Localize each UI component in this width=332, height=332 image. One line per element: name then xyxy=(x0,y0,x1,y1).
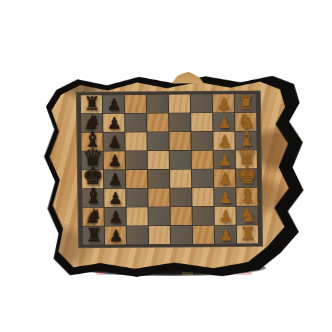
piece-black-pawn: ♟ xyxy=(107,135,121,151)
square xyxy=(149,207,170,225)
piece-black-pawn: ♟ xyxy=(106,97,120,113)
square xyxy=(126,189,147,207)
piece-white-pawn: ♟ xyxy=(216,96,230,112)
piece-white-pawn: ♟ xyxy=(217,115,231,131)
piece-white-pawn: ♟ xyxy=(217,153,231,169)
piece-white-pawn: ♟ xyxy=(218,228,232,244)
square: ♟ xyxy=(104,170,125,188)
square: ♟ xyxy=(214,150,235,168)
square: ♟ xyxy=(214,169,235,187)
piece-black-pawn: ♟ xyxy=(108,210,122,226)
square: ♟ xyxy=(105,226,126,244)
piece-white-pawn: ♟ xyxy=(217,171,231,187)
square: ♟ xyxy=(213,113,234,131)
square: ♟ xyxy=(103,95,124,113)
square: ♟ xyxy=(214,188,235,206)
square: ♟ xyxy=(105,208,126,226)
square xyxy=(193,226,214,244)
square: ♟ xyxy=(104,189,125,207)
piece-white-rook: ♜ xyxy=(239,224,256,243)
piece-black-pawn: ♟ xyxy=(107,172,121,188)
piece-white-pawn: ♟ xyxy=(218,209,232,225)
square: ♟ xyxy=(215,207,236,225)
square xyxy=(193,207,214,225)
square xyxy=(192,188,213,206)
square: ♟ xyxy=(104,151,125,169)
chess-board-3d: ♜♟♟♜♞♟♟♞♝♟♟♝♛♟♟♛♚♟♟♚♝♟♟♝♞♟♟♞♜♟♟♜ xyxy=(44,76,293,272)
square: ♟ xyxy=(213,132,234,150)
piece-black-pawn: ♟ xyxy=(107,153,121,169)
square xyxy=(127,226,148,244)
square xyxy=(170,188,191,206)
piece-black-rook: ♜ xyxy=(85,225,102,244)
square xyxy=(191,94,212,112)
square: ♟ xyxy=(103,114,124,132)
square xyxy=(148,188,169,206)
square: ♟ xyxy=(215,225,236,243)
square: ♟ xyxy=(213,94,234,112)
square: ♜ xyxy=(83,226,104,244)
piece-white-pawn: ♟ xyxy=(217,134,231,150)
square xyxy=(171,226,192,244)
square: ♜ xyxy=(237,225,258,243)
square xyxy=(169,132,190,150)
square xyxy=(147,132,168,150)
square xyxy=(125,95,146,113)
branch-stub xyxy=(171,71,203,84)
square xyxy=(149,226,170,244)
product-photo: ♜♟♟♜♞♟♟♞♝♟♟♝♛♟♟♛♚♟♟♚♝♟♟♝♞♟♟♞♜♟♟♜ xyxy=(0,0,332,332)
square: ♟ xyxy=(103,132,124,150)
square xyxy=(171,207,192,225)
square xyxy=(191,113,212,131)
square xyxy=(127,207,148,225)
piece-black-pawn: ♟ xyxy=(107,116,121,132)
piece-black-pawn: ♟ xyxy=(108,191,122,207)
piece-black-pawn: ♟ xyxy=(108,228,122,244)
piece-white-pawn: ♟ xyxy=(218,190,232,206)
